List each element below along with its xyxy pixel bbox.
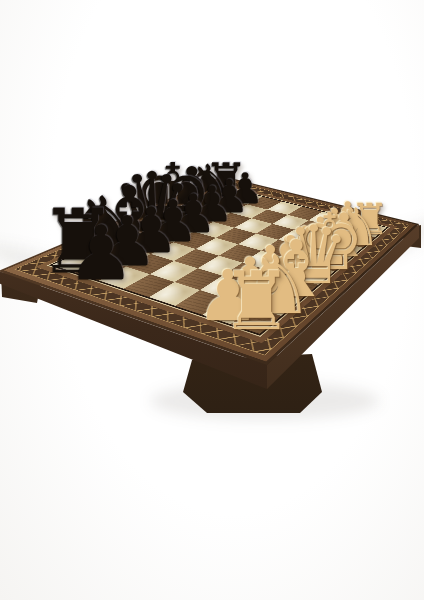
piece-black-pawn-a7: ♟ bbox=[67, 216, 134, 291]
piece-white-rook-a1: ♜ bbox=[220, 262, 292, 343]
product-photo: ♜♞♝♛♚♝♞♜♟♟♟♟♟♟♟♟♟♟♟♟♟♟♟♟♜♞♝♛♚♝♞♜ bbox=[0, 0, 424, 600]
